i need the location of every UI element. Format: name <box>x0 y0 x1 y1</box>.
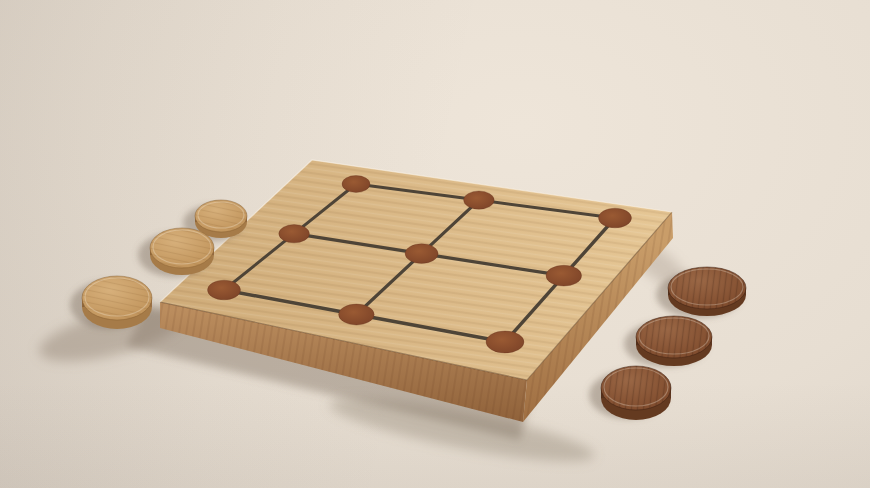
board-point-r1c2[interactable] <box>546 265 582 286</box>
disc-top-grain <box>636 316 712 358</box>
light-disc-2[interactable] <box>138 228 214 277</box>
dark-disc-3[interactable] <box>589 366 671 420</box>
disc-top-grain <box>668 267 746 309</box>
board-point-r1c0[interactable] <box>279 225 310 243</box>
dark-disc-2[interactable] <box>624 316 712 367</box>
board-point-r0c1[interactable] <box>464 191 495 209</box>
scene-svg <box>0 0 870 488</box>
disc-top-grain <box>601 366 671 410</box>
board-point-r0c2[interactable] <box>599 208 632 228</box>
disc-top-grain <box>195 200 247 232</box>
board-point-r0c0[interactable] <box>342 176 370 193</box>
board-point-r1c1[interactable] <box>405 244 438 264</box>
board-point-r2c2[interactable] <box>486 331 524 353</box>
board-point-r2c1[interactable] <box>339 304 375 325</box>
photo-scene <box>0 0 870 488</box>
disc-top-grain <box>82 276 152 320</box>
disc-top-grain <box>150 228 214 268</box>
board-point-r2c0[interactable] <box>208 280 241 300</box>
light-disc-3[interactable] <box>70 276 152 329</box>
